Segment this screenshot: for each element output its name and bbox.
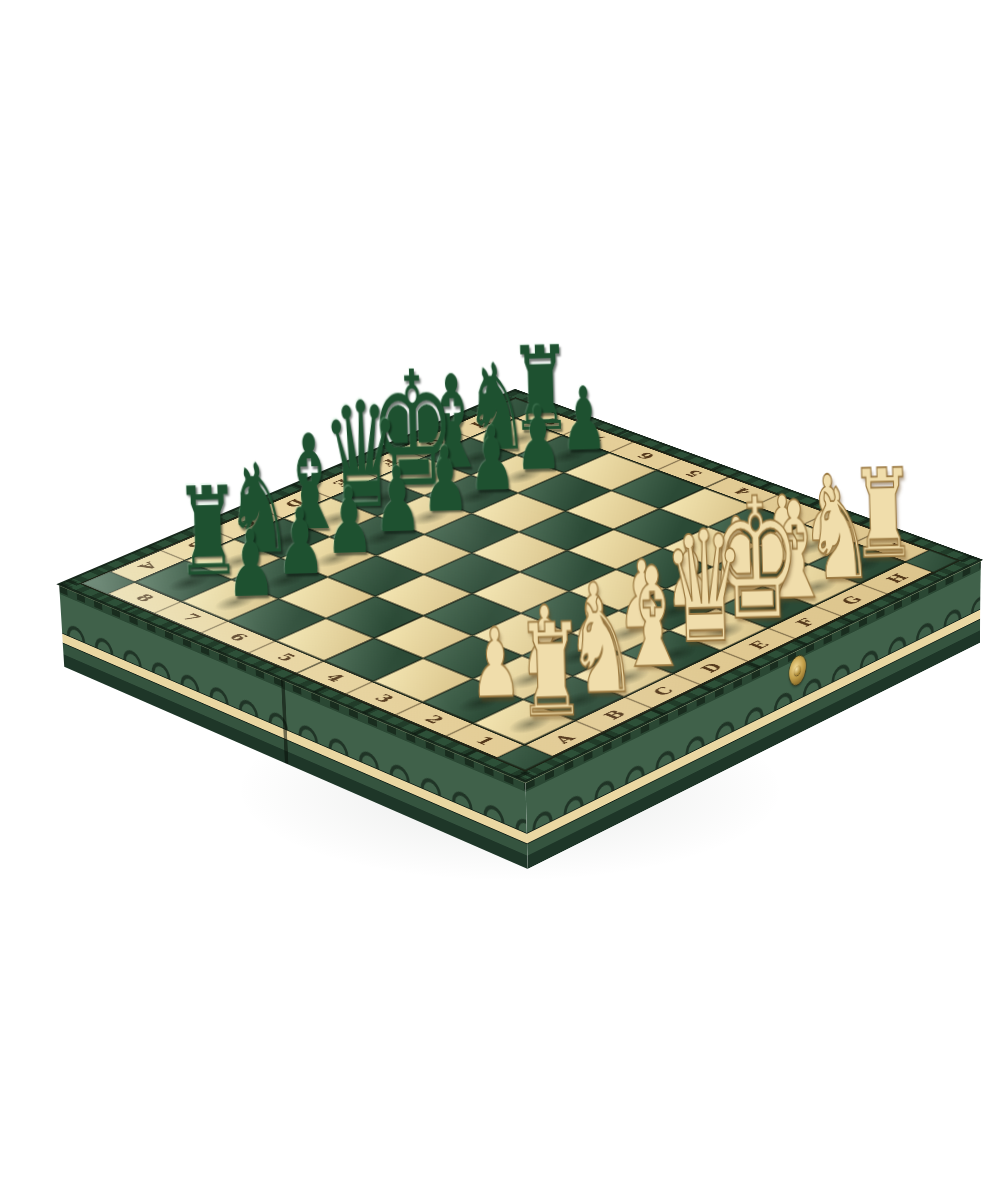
label-1: 1 bbox=[471, 735, 498, 747]
label-g: G bbox=[422, 438, 448, 449]
label-5: 5 bbox=[273, 651, 299, 662]
label-7: 7 bbox=[586, 434, 610, 444]
chess-set-product-photo: ABCDEFGH ABCDEFGH 87654321 87654321 ♜♞♝♛… bbox=[0, 0, 1000, 1200]
label-d: D bbox=[696, 661, 725, 674]
label-e: E bbox=[329, 478, 354, 488]
label-4: 4 bbox=[321, 672, 347, 684]
label-c: C bbox=[649, 685, 677, 697]
label-3: 3 bbox=[371, 692, 397, 704]
hinge-seam bbox=[281, 678, 288, 765]
label-a: A bbox=[550, 732, 578, 744]
label-b: B bbox=[599, 708, 628, 721]
label-2: 2 bbox=[421, 713, 447, 725]
label-8: 8 bbox=[132, 592, 158, 603]
label-h: H bbox=[882, 572, 911, 584]
green-pawn-glyph: ♟ bbox=[272, 500, 330, 588]
brass-clasp bbox=[789, 650, 807, 690]
label-g: G bbox=[837, 594, 865, 606]
label-5: 5 bbox=[681, 469, 705, 479]
label-a: A bbox=[135, 561, 161, 572]
green-pawn-glyph: ♟ bbox=[222, 521, 281, 610]
cream-rook-glyph: ♜ bbox=[515, 609, 577, 732]
label-7: 7 bbox=[178, 612, 204, 623]
label-h: H bbox=[467, 418, 494, 429]
label-f: F bbox=[377, 458, 401, 468]
label-8: 8 bbox=[540, 417, 564, 427]
label-6: 6 bbox=[225, 631, 251, 642]
border-corner-a1 bbox=[496, 745, 553, 771]
label-6: 6 bbox=[633, 451, 657, 461]
label-e: E bbox=[745, 639, 772, 651]
